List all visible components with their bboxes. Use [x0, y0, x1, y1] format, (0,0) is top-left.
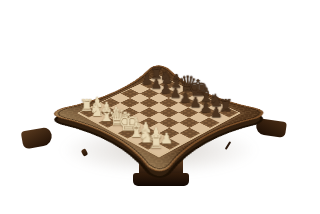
square-e4 — [149, 113, 169, 123]
product-photo-scene: ♜♞♝♛♚♝♞♜♟♟♟♟♟♟♟♟♟♟♟♟♟♟♟♟♜♞♝♛♚♝♞♜ — [0, 0, 320, 214]
